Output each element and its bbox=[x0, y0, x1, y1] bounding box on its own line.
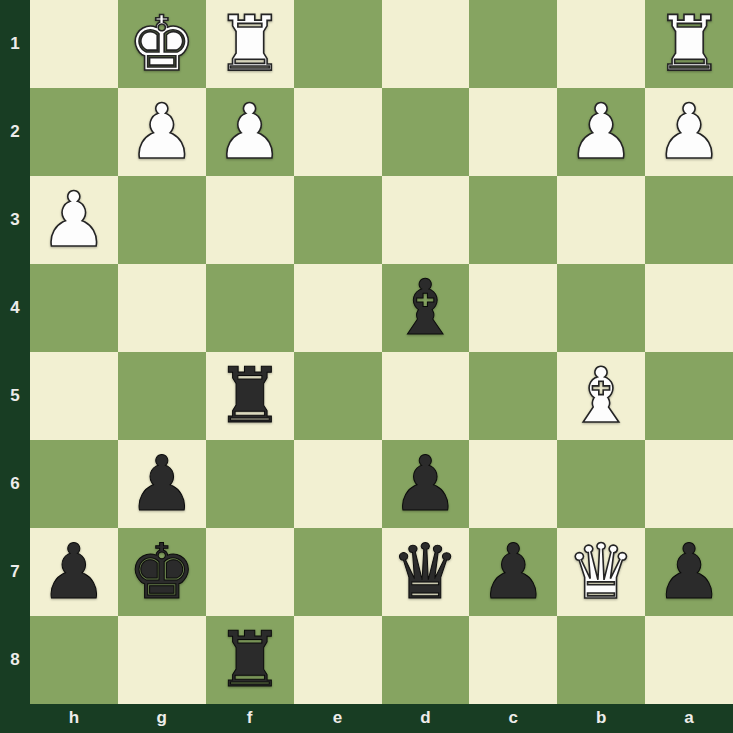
square-b6[interactable] bbox=[557, 440, 645, 528]
square-d4[interactable]: ♝ bbox=[382, 264, 470, 352]
square-h8[interactable] bbox=[30, 616, 118, 704]
piece-white-bishop[interactable]: ♝ bbox=[567, 358, 635, 434]
rank-label-2: 2 bbox=[0, 88, 30, 176]
square-c5[interactable] bbox=[469, 352, 557, 440]
square-c7[interactable]: ♟ bbox=[469, 528, 557, 616]
square-f1[interactable]: ♜ bbox=[206, 0, 294, 88]
square-f5[interactable]: ♜ bbox=[206, 352, 294, 440]
square-a2[interactable]: ♟ bbox=[645, 88, 733, 176]
file-labels: hgfedcba bbox=[30, 704, 733, 733]
piece-black-rook[interactable]: ♜ bbox=[216, 622, 284, 698]
piece-white-rook[interactable]: ♜ bbox=[655, 6, 723, 82]
square-d5[interactable] bbox=[382, 352, 470, 440]
rank-label-7: 7 bbox=[0, 528, 30, 616]
square-h3[interactable]: ♟ bbox=[30, 176, 118, 264]
square-c2[interactable] bbox=[469, 88, 557, 176]
square-d7[interactable]: ♛ bbox=[382, 528, 470, 616]
square-e5[interactable] bbox=[294, 352, 382, 440]
file-label-e: e bbox=[294, 704, 382, 733]
square-h4[interactable] bbox=[30, 264, 118, 352]
file-label-b: b bbox=[557, 704, 645, 733]
square-d8[interactable] bbox=[382, 616, 470, 704]
square-e8[interactable] bbox=[294, 616, 382, 704]
square-h7[interactable]: ♟ bbox=[30, 528, 118, 616]
square-d1[interactable] bbox=[382, 0, 470, 88]
piece-black-pawn[interactable]: ♟ bbox=[655, 534, 723, 610]
file-label-f: f bbox=[206, 704, 294, 733]
square-d3[interactable] bbox=[382, 176, 470, 264]
square-e1[interactable] bbox=[294, 0, 382, 88]
piece-black-pawn[interactable]: ♟ bbox=[40, 534, 108, 610]
square-b2[interactable]: ♟ bbox=[557, 88, 645, 176]
square-f2[interactable]: ♟ bbox=[206, 88, 294, 176]
square-h1[interactable] bbox=[30, 0, 118, 88]
square-b8[interactable] bbox=[557, 616, 645, 704]
square-e2[interactable] bbox=[294, 88, 382, 176]
piece-white-queen[interactable]: ♛ bbox=[567, 534, 635, 610]
chess-board-diagram: 12345678 ♚♜♜♟♟♟♟♟♝♜♝♟♟♟♚♛♟♛♟♜ hgfedcba bbox=[0, 0, 733, 733]
square-f3[interactable] bbox=[206, 176, 294, 264]
square-g5[interactable] bbox=[118, 352, 206, 440]
square-a1[interactable]: ♜ bbox=[645, 0, 733, 88]
square-e3[interactable] bbox=[294, 176, 382, 264]
piece-white-pawn[interactable]: ♟ bbox=[128, 94, 196, 170]
file-label-h: h bbox=[30, 704, 118, 733]
square-b1[interactable] bbox=[557, 0, 645, 88]
square-g8[interactable] bbox=[118, 616, 206, 704]
square-f7[interactable] bbox=[206, 528, 294, 616]
square-b3[interactable] bbox=[557, 176, 645, 264]
square-f6[interactable] bbox=[206, 440, 294, 528]
square-d6[interactable]: ♟ bbox=[382, 440, 470, 528]
file-label-d: d bbox=[382, 704, 470, 733]
piece-white-pawn[interactable]: ♟ bbox=[40, 182, 108, 258]
rank-label-1: 1 bbox=[0, 0, 30, 88]
rank-labels: 12345678 bbox=[0, 0, 30, 704]
piece-black-rook[interactable]: ♜ bbox=[216, 358, 284, 434]
square-c8[interactable] bbox=[469, 616, 557, 704]
square-a8[interactable] bbox=[645, 616, 733, 704]
square-a4[interactable] bbox=[645, 264, 733, 352]
piece-white-pawn[interactable]: ♟ bbox=[655, 94, 723, 170]
square-b7[interactable]: ♛ bbox=[557, 528, 645, 616]
square-g7[interactable]: ♚ bbox=[118, 528, 206, 616]
square-c4[interactable] bbox=[469, 264, 557, 352]
square-f8[interactable]: ♜ bbox=[206, 616, 294, 704]
piece-white-pawn[interactable]: ♟ bbox=[216, 94, 284, 170]
piece-black-pawn[interactable]: ♟ bbox=[391, 446, 459, 522]
square-c6[interactable] bbox=[469, 440, 557, 528]
square-a6[interactable] bbox=[645, 440, 733, 528]
file-label-g: g bbox=[118, 704, 206, 733]
piece-white-king[interactable]: ♚ bbox=[128, 6, 196, 82]
file-label-c: c bbox=[469, 704, 557, 733]
square-b4[interactable] bbox=[557, 264, 645, 352]
square-g4[interactable] bbox=[118, 264, 206, 352]
square-a7[interactable]: ♟ bbox=[645, 528, 733, 616]
piece-black-pawn[interactable]: ♟ bbox=[128, 446, 196, 522]
piece-white-rook[interactable]: ♜ bbox=[216, 6, 284, 82]
piece-black-king[interactable]: ♚ bbox=[128, 534, 196, 610]
square-e4[interactable] bbox=[294, 264, 382, 352]
rank-label-5: 5 bbox=[0, 352, 30, 440]
square-h5[interactable] bbox=[30, 352, 118, 440]
square-a3[interactable] bbox=[645, 176, 733, 264]
square-e6[interactable] bbox=[294, 440, 382, 528]
square-c1[interactable] bbox=[469, 0, 557, 88]
square-g2[interactable]: ♟ bbox=[118, 88, 206, 176]
square-g6[interactable]: ♟ bbox=[118, 440, 206, 528]
rank-label-6: 6 bbox=[0, 440, 30, 528]
square-g1[interactable]: ♚ bbox=[118, 0, 206, 88]
piece-black-bishop[interactable]: ♝ bbox=[391, 270, 459, 346]
square-b5[interactable]: ♝ bbox=[557, 352, 645, 440]
rank-label-4: 4 bbox=[0, 264, 30, 352]
piece-black-pawn[interactable]: ♟ bbox=[479, 534, 547, 610]
square-a5[interactable] bbox=[645, 352, 733, 440]
square-e7[interactable] bbox=[294, 528, 382, 616]
board-grid: ♚♜♜♟♟♟♟♟♝♜♝♟♟♟♚♛♟♛♟♜ bbox=[30, 0, 733, 704]
file-label-a: a bbox=[645, 704, 733, 733]
square-d2[interactable] bbox=[382, 88, 470, 176]
rank-label-3: 3 bbox=[0, 176, 30, 264]
square-h2[interactable] bbox=[30, 88, 118, 176]
square-h6[interactable] bbox=[30, 440, 118, 528]
piece-black-queen[interactable]: ♛ bbox=[391, 534, 459, 610]
rank-label-8: 8 bbox=[0, 616, 30, 704]
square-f4[interactable] bbox=[206, 264, 294, 352]
square-g3[interactable] bbox=[118, 176, 206, 264]
piece-white-pawn[interactable]: ♟ bbox=[567, 94, 635, 170]
square-c3[interactable] bbox=[469, 176, 557, 264]
